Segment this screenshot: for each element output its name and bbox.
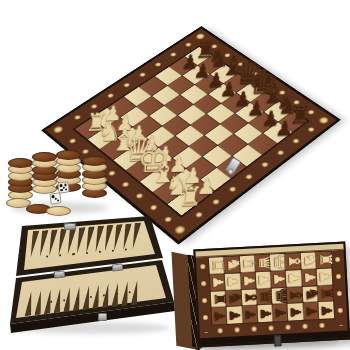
peg-hole — [112, 250, 114, 252]
checkers-group — [6, 148, 118, 228]
die-pip — [60, 189, 63, 192]
checker-piece-brown — [82, 156, 107, 166]
peg-hole — [116, 293, 118, 295]
stored-piece-light-pawn: ♟ — [318, 270, 333, 283]
peg-hole — [129, 291, 131, 293]
board-square — [220, 113, 249, 134]
folded-board-square: ♟ — [227, 306, 243, 324]
folded-board-grid: ♜♞♝♛♚♝♞♜♟♟♟♟♟♟♟♟♜♞♝♛♚♝♞♜♟♟♟♟♟♟♟♟ — [209, 251, 334, 324]
folded-board-square: ♝ — [285, 253, 301, 271]
folded-board-square: ♞ — [224, 256, 240, 274]
backgammon-point — [102, 225, 114, 252]
peg-hole — [85, 252, 87, 254]
folded-board-square: ♟ — [288, 303, 304, 321]
folded-board-square: ♞ — [302, 286, 318, 304]
die — [49, 192, 61, 204]
folded-board-square: ♜ — [315, 251, 331, 269]
board-square: ♜ — [75, 118, 104, 139]
die-pip — [65, 188, 68, 191]
folded-board-square: ♟ — [303, 302, 319, 320]
backgammon-point — [131, 280, 141, 305]
backgammon-point — [83, 226, 95, 253]
folded-board-square: ♜ — [317, 285, 333, 303]
die-pip — [64, 184, 67, 187]
peg-hole — [46, 255, 48, 257]
folded-board-square: ♚ — [270, 254, 286, 272]
stored-piece-light-pawn: ♟ — [211, 276, 226, 289]
folded-board-square: ♜ — [209, 257, 225, 275]
stored-piece-dark-pawn: ♟ — [289, 305, 304, 318]
peg-hole — [63, 299, 65, 301]
checker-piece-brown — [8, 158, 33, 168]
corner-rosette-icon — [51, 125, 65, 135]
folded-board-square: ♟ — [257, 305, 273, 323]
stored-piece-dark-pawn: ♟ — [213, 309, 228, 322]
case-middle-hinge — [112, 263, 124, 271]
peg-hole — [72, 253, 74, 255]
backgammon-point — [120, 223, 132, 250]
checker-piece-cream — [46, 206, 71, 216]
folded-board-square: ♞ — [226, 290, 242, 308]
backgammon-point — [111, 224, 123, 251]
backgammon-point — [34, 290, 44, 315]
folded-board-square: ♟ — [318, 302, 334, 320]
stored-piece-dark-pawn: ♟ — [228, 308, 243, 321]
case-middle-hinge — [54, 270, 66, 278]
folded-board-square: ♟ — [286, 270, 302, 288]
stored-piece-dark-pawn: ♟ — [243, 308, 258, 321]
folded-board-latch — [274, 335, 282, 346]
stored-piece-light-pawn: ♟ — [302, 271, 317, 284]
folded-board-square: ♟ — [255, 271, 271, 289]
board-square: ♟ — [263, 122, 292, 143]
backgammon-point — [74, 227, 86, 254]
backgammon-case — [0, 210, 190, 340]
stored-piece-dark-pawn: ♟ — [259, 307, 274, 320]
peg-hole — [59, 254, 61, 256]
case-latch — [98, 313, 107, 321]
folded-board-square: ♛ — [256, 288, 272, 306]
peg-hole — [89, 296, 91, 298]
backgammon-point — [55, 228, 67, 255]
checker-piece-brown — [56, 150, 81, 160]
folded-board-square: ♟ — [271, 271, 287, 289]
peg-hole — [76, 297, 78, 299]
stored-piece-light-pawn: ♟ — [226, 275, 241, 288]
corner-rosette-icon — [194, 32, 207, 41]
stored-piece-dark-pawn: ♟ — [304, 304, 319, 317]
backgammon-point — [92, 226, 104, 253]
peg-hole — [99, 251, 101, 253]
checker-stack — [82, 156, 107, 204]
backgammon-point — [46, 229, 58, 256]
checker-piece-brown — [32, 152, 57, 162]
stored-piece-light-pawn: ♟ — [287, 272, 302, 285]
stored-piece-dark-pawn: ♟ — [274, 306, 289, 319]
folded-board-square: ♟ — [210, 274, 226, 292]
folded-board-square: ♟ — [211, 307, 227, 325]
stored-piece-dark-rook: ♜ — [318, 286, 335, 301]
folded-board-square: ♚ — [271, 287, 287, 305]
die-pip — [57, 199, 60, 202]
folded-board-square: ♞ — [300, 252, 316, 270]
folded-board-square: ♝ — [239, 255, 255, 273]
folded-board-face: ♜♞♝♛♚♝♞♜♟♟♟♟♟♟♟♟♜♞♝♛♚♝♞♜♟♟♟♟♟♟♟♟ — [193, 242, 350, 348]
folded-board-square: ♜ — [211, 290, 227, 308]
peg-hole — [103, 294, 105, 296]
backgammon-point — [65, 228, 77, 255]
folded-board-square: ♟ — [225, 273, 241, 291]
folded-board-square: ♟ — [240, 272, 256, 290]
folded-board-square: ♝ — [241, 289, 257, 307]
folded-board-square: ♟ — [316, 268, 332, 286]
folded-board-square: ♟ — [301, 269, 317, 287]
stored-piece-light-rook: ♜ — [317, 252, 334, 267]
peg-hole — [50, 301, 52, 303]
peg-hole — [125, 248, 127, 250]
backgammon-point — [37, 230, 49, 257]
corner-rosette-icon — [317, 115, 331, 125]
product-photo-canvas: ♜♟♟♜♞♟♟♞♝♟♟♝♛♟♟♛♚♟♟♚♝♟♟♝♞♟♟♞♜♟♟♜ ♜♞♝♛♚♝♞… — [0, 0, 350, 350]
folded-board: ♜♞♝♛♚♝♞♜♟♟♟♟♟♟♟♟♜♞♝♛♚♝♞♜♟♟♟♟♟♟♟♟ — [173, 242, 350, 350]
stored-piece-light-pawn: ♟ — [257, 273, 272, 286]
stored-piece-light-pawn: ♟ — [242, 274, 257, 287]
folded-board-square: ♟ — [242, 306, 258, 324]
chess-piece-white-pawn: ♟ — [126, 123, 149, 144]
stored-piece-dark-pawn: ♟ — [319, 304, 334, 317]
folded-board-square: ♛ — [255, 255, 271, 273]
folded-board-square: ♝ — [287, 286, 303, 304]
folded-board-square: ♟ — [272, 304, 288, 322]
stored-piece-light-pawn: ♟ — [272, 273, 287, 286]
